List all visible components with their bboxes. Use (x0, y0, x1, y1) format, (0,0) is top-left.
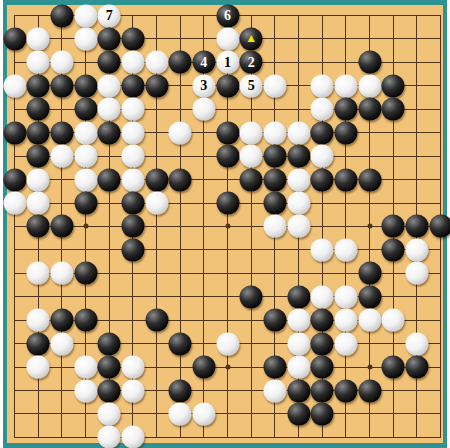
black-stone (145, 309, 168, 332)
black-stone (263, 168, 286, 191)
black-stone (311, 309, 334, 332)
board-frame: 76▲41235 (3, 0, 447, 448)
black-stone (98, 51, 121, 74)
black-stone (98, 332, 121, 355)
white-stone (334, 74, 357, 97)
black-stone (382, 238, 405, 261)
white-stone (334, 238, 357, 261)
white-stone (121, 145, 144, 168)
white-stone (27, 168, 50, 191)
white-stone (98, 74, 121, 97)
black-stone (382, 74, 405, 97)
white-stone (3, 192, 26, 215)
black-stone (334, 121, 357, 144)
black-stone (263, 356, 286, 379)
black-stone (287, 285, 310, 308)
white-stone (121, 168, 144, 191)
black-stone (382, 356, 405, 379)
move-number-label: 1 (224, 55, 231, 69)
white-stone (121, 98, 144, 121)
white-stone (311, 145, 334, 168)
white-stone (50, 145, 73, 168)
black-stone (50, 74, 73, 97)
white-stone (358, 74, 381, 97)
white-stone (121, 426, 144, 448)
white-stone (358, 309, 381, 332)
white-stone (405, 262, 428, 285)
black-stone (311, 379, 334, 402)
black-stone (50, 215, 73, 238)
white-stone (74, 121, 97, 144)
black-stone (287, 145, 310, 168)
white-stone (169, 402, 192, 425)
black-stone (311, 356, 334, 379)
black-stone (3, 121, 26, 144)
black-stone (358, 51, 381, 74)
black-stone (192, 356, 215, 379)
white-stone (74, 168, 97, 191)
black-stone (98, 27, 121, 50)
white-stone (263, 215, 286, 238)
black-stone (240, 285, 263, 308)
black-stone (358, 379, 381, 402)
black-stone (27, 332, 50, 355)
black-stone (98, 168, 121, 191)
white-stone (311, 238, 334, 261)
white-stone (240, 145, 263, 168)
white-stone (98, 402, 121, 425)
black-stone (98, 379, 121, 402)
white-stone (405, 332, 428, 355)
black-stone (169, 51, 192, 74)
white-stone (27, 51, 50, 74)
black-stone (74, 74, 97, 97)
black-stone (358, 168, 381, 191)
black-stone (334, 98, 357, 121)
black-stone (145, 168, 168, 191)
black-stone (382, 98, 405, 121)
black-stone (405, 356, 428, 379)
black-stone (311, 121, 334, 144)
white-stone (74, 356, 97, 379)
black-stone (98, 121, 121, 144)
star-point (225, 365, 230, 370)
white-stone (263, 121, 286, 144)
black-stone (50, 121, 73, 144)
black-stone (382, 215, 405, 238)
white-stone (121, 356, 144, 379)
black-stone (121, 74, 144, 97)
black-stone (334, 168, 357, 191)
white-stone (287, 356, 310, 379)
white-stone (334, 332, 357, 355)
black-stone: 4 (192, 51, 215, 74)
black-stone (121, 192, 144, 215)
white-stone (287, 192, 310, 215)
white-stone: 3 (192, 74, 215, 97)
white-stone (3, 74, 26, 97)
black-stone (27, 215, 50, 238)
white-stone (74, 4, 97, 27)
white-stone (311, 98, 334, 121)
black-stone (169, 332, 192, 355)
black-stone (74, 98, 97, 121)
star-point (83, 224, 88, 229)
white-stone (240, 121, 263, 144)
black-stone (169, 168, 192, 191)
go-board[interactable]: 76▲41235 (7, 5, 443, 443)
white-stone (50, 262, 73, 285)
black-stone (216, 74, 239, 97)
black-stone (334, 379, 357, 402)
white-stone (145, 51, 168, 74)
white-stone (27, 356, 50, 379)
white-stone (263, 379, 286, 402)
move-number-label: 7 (106, 9, 113, 23)
go-game-screen: 76▲41235 (0, 0, 450, 448)
white-stone (334, 309, 357, 332)
black-stone (358, 285, 381, 308)
triangle-marker-icon: ▲ (245, 32, 257, 44)
black-stone (98, 356, 121, 379)
white-stone: 1 (216, 51, 239, 74)
star-point (225, 224, 230, 229)
white-stone (98, 98, 121, 121)
black-stone (121, 238, 144, 261)
white-stone (311, 74, 334, 97)
star-point (367, 365, 372, 370)
black-stone (287, 379, 310, 402)
black-stone (311, 168, 334, 191)
black-stone (358, 98, 381, 121)
white-stone (287, 215, 310, 238)
white-stone (27, 309, 50, 332)
white-stone (287, 332, 310, 355)
black-stone (50, 309, 73, 332)
black-stone (27, 145, 50, 168)
black-stone (50, 4, 73, 27)
black-stone (358, 262, 381, 285)
white-stone (27, 27, 50, 50)
white-stone: 7 (98, 4, 121, 27)
black-stone (216, 121, 239, 144)
white-stone (311, 285, 334, 308)
black-stone (169, 379, 192, 402)
white-stone (405, 238, 428, 261)
black-stone: ▲ (240, 27, 263, 50)
white-stone (216, 332, 239, 355)
white-stone (74, 145, 97, 168)
star-point (367, 224, 372, 229)
white-stone (145, 192, 168, 215)
grid-horizontal-line (14, 413, 441, 414)
white-stone (74, 27, 97, 50)
black-stone (74, 192, 97, 215)
black-stone (263, 145, 286, 168)
white-stone (192, 402, 215, 425)
black-stone (263, 192, 286, 215)
grid-horizontal-line (14, 249, 441, 250)
black-stone (121, 215, 144, 238)
white-stone (192, 98, 215, 121)
white-stone (169, 121, 192, 144)
black-stone: 6 (216, 4, 239, 27)
white-stone (121, 51, 144, 74)
black-stone (3, 27, 26, 50)
white-stone (50, 332, 73, 355)
white-stone (287, 168, 310, 191)
black-stone (216, 192, 239, 215)
white-stone (74, 379, 97, 402)
black-stone (27, 74, 50, 97)
white-stone (121, 121, 144, 144)
white-stone (287, 309, 310, 332)
white-stone (50, 51, 73, 74)
black-stone (74, 309, 97, 332)
move-number-label: 5 (248, 79, 255, 93)
black-stone (216, 145, 239, 168)
white-stone (121, 379, 144, 402)
move-number-label: 3 (200, 79, 207, 93)
black-stone (287, 402, 310, 425)
grid-horizontal-line (14, 437, 441, 438)
black-stone (429, 215, 450, 238)
white-stone (263, 74, 286, 97)
black-stone (121, 27, 144, 50)
black-stone (405, 215, 428, 238)
black-stone (27, 121, 50, 144)
white-stone (27, 192, 50, 215)
black-stone (311, 402, 334, 425)
black-stone (27, 98, 50, 121)
black-stone (145, 74, 168, 97)
white-stone (27, 262, 50, 285)
white-stone (287, 121, 310, 144)
black-stone (263, 309, 286, 332)
white-stone (216, 27, 239, 50)
move-number-label: 4 (200, 55, 207, 69)
black-stone (240, 168, 263, 191)
white-stone (98, 426, 121, 448)
black-stone: 2 (240, 51, 263, 74)
white-stone (334, 285, 357, 308)
black-stone (311, 332, 334, 355)
move-number-label: 6 (224, 9, 231, 23)
black-stone (74, 262, 97, 285)
black-stone (3, 168, 26, 191)
move-number-label: 2 (248, 55, 255, 69)
white-stone: 5 (240, 74, 263, 97)
white-stone (382, 309, 405, 332)
